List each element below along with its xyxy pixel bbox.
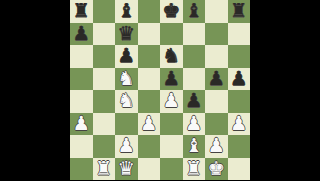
square-f3[interactable]: ♟ xyxy=(183,113,206,136)
square-a1[interactable] xyxy=(70,158,93,181)
square-b3[interactable] xyxy=(93,113,116,136)
square-g8[interactable] xyxy=(205,0,228,23)
square-d8[interactable] xyxy=(138,0,161,23)
piece-white-queen: ♛ xyxy=(118,158,135,181)
piece-black-pawn: ♟ xyxy=(163,68,180,91)
square-d7[interactable] xyxy=(138,23,161,46)
piece-white-bishop: ♝ xyxy=(185,135,202,158)
square-d4[interactable] xyxy=(138,90,161,113)
square-h8[interactable]: ♜ xyxy=(228,0,251,23)
letterbox-left xyxy=(0,0,70,180)
square-c7[interactable]: ♛ xyxy=(115,23,138,46)
square-d3[interactable]: ♟ xyxy=(138,113,161,136)
square-e3[interactable] xyxy=(160,113,183,136)
piece-black-pawn: ♟ xyxy=(185,90,202,113)
square-e7[interactable] xyxy=(160,23,183,46)
square-d5[interactable] xyxy=(138,68,161,91)
square-c5[interactable]: ♞ xyxy=(115,68,138,91)
square-a6[interactable] xyxy=(70,45,93,68)
square-f6[interactable] xyxy=(183,45,206,68)
piece-black-pawn: ♟ xyxy=(208,68,225,91)
square-g2[interactable]: ♟ xyxy=(205,135,228,158)
square-g5[interactable]: ♟ xyxy=(205,68,228,91)
square-g3[interactable] xyxy=(205,113,228,136)
piece-black-bishop: ♝ xyxy=(185,0,202,23)
square-c4[interactable]: ♞ xyxy=(115,90,138,113)
square-a4[interactable] xyxy=(70,90,93,113)
square-e8[interactable]: ♚ xyxy=(160,0,183,23)
square-a8[interactable]: ♜ xyxy=(70,0,93,23)
piece-black-rook: ♜ xyxy=(230,0,247,23)
piece-white-king: ♚ xyxy=(208,158,225,181)
square-f5[interactable] xyxy=(183,68,206,91)
square-e4[interactable]: ♟ xyxy=(160,90,183,113)
square-e6[interactable]: ♞ xyxy=(160,45,183,68)
square-h3[interactable]: ♟ xyxy=(228,113,251,136)
square-f4[interactable]: ♟ xyxy=(183,90,206,113)
square-h4[interactable] xyxy=(228,90,251,113)
square-h2[interactable] xyxy=(228,135,251,158)
square-a3[interactable]: ♟ xyxy=(70,113,93,136)
piece-white-pawn: ♟ xyxy=(230,113,247,136)
piece-white-pawn: ♟ xyxy=(208,135,225,158)
square-f7[interactable] xyxy=(183,23,206,46)
piece-white-knight: ♞ xyxy=(118,68,135,91)
square-f2[interactable]: ♝ xyxy=(183,135,206,158)
square-c2[interactable]: ♟ xyxy=(115,135,138,158)
square-b1[interactable]: ♜ xyxy=(93,158,116,181)
piece-white-pawn: ♟ xyxy=(118,135,135,158)
piece-black-pawn: ♟ xyxy=(118,45,135,68)
chess-board: ♜♝♚♝♜♟♛♟♞♞♟♟♟♞♟♟♟♟♟♟♟♝♟♜♛♜♚ xyxy=(70,0,250,180)
piece-white-pawn: ♟ xyxy=(185,113,202,136)
square-f1[interactable]: ♜ xyxy=(183,158,206,181)
square-b4[interactable] xyxy=(93,90,116,113)
piece-black-bishop: ♝ xyxy=(118,0,135,23)
piece-black-pawn: ♟ xyxy=(230,68,247,91)
square-a7[interactable]: ♟ xyxy=(70,23,93,46)
square-f8[interactable]: ♝ xyxy=(183,0,206,23)
square-d1[interactable] xyxy=(138,158,161,181)
chess-app-viewport: ♜♝♚♝♜♟♛♟♞♞♟♟♟♞♟♟♟♟♟♟♟♝♟♜♛♜♚ xyxy=(0,0,320,180)
square-b2[interactable] xyxy=(93,135,116,158)
square-c8[interactable]: ♝ xyxy=(115,0,138,23)
square-b8[interactable] xyxy=(93,0,116,23)
square-a2[interactable] xyxy=(70,135,93,158)
square-c6[interactable]: ♟ xyxy=(115,45,138,68)
square-b5[interactable] xyxy=(93,68,116,91)
square-e2[interactable] xyxy=(160,135,183,158)
square-b7[interactable] xyxy=(93,23,116,46)
piece-black-rook: ♜ xyxy=(73,0,90,23)
square-e5[interactable]: ♟ xyxy=(160,68,183,91)
square-c1[interactable]: ♛ xyxy=(115,158,138,181)
piece-black-queen: ♛ xyxy=(118,23,135,46)
piece-white-rook: ♜ xyxy=(95,158,112,181)
square-c3[interactable] xyxy=(115,113,138,136)
square-g4[interactable] xyxy=(205,90,228,113)
square-h1[interactable] xyxy=(228,158,251,181)
piece-white-knight: ♞ xyxy=(118,90,135,113)
piece-white-pawn: ♟ xyxy=(140,113,157,136)
square-h7[interactable] xyxy=(228,23,251,46)
square-e1[interactable] xyxy=(160,158,183,181)
square-b6[interactable] xyxy=(93,45,116,68)
square-g1[interactable]: ♚ xyxy=(205,158,228,181)
square-h6[interactable] xyxy=(228,45,251,68)
square-d2[interactable] xyxy=(138,135,161,158)
piece-white-pawn: ♟ xyxy=(163,90,180,113)
square-d6[interactable] xyxy=(138,45,161,68)
piece-black-king: ♚ xyxy=(163,0,180,23)
piece-black-pawn: ♟ xyxy=(73,23,90,46)
letterbox-right xyxy=(250,0,320,180)
square-g7[interactable] xyxy=(205,23,228,46)
square-h5[interactable]: ♟ xyxy=(228,68,251,91)
piece-black-knight: ♞ xyxy=(163,45,180,68)
piece-white-rook: ♜ xyxy=(185,158,202,181)
piece-white-pawn: ♟ xyxy=(73,113,90,136)
square-a5[interactable] xyxy=(70,68,93,91)
square-g6[interactable] xyxy=(205,45,228,68)
